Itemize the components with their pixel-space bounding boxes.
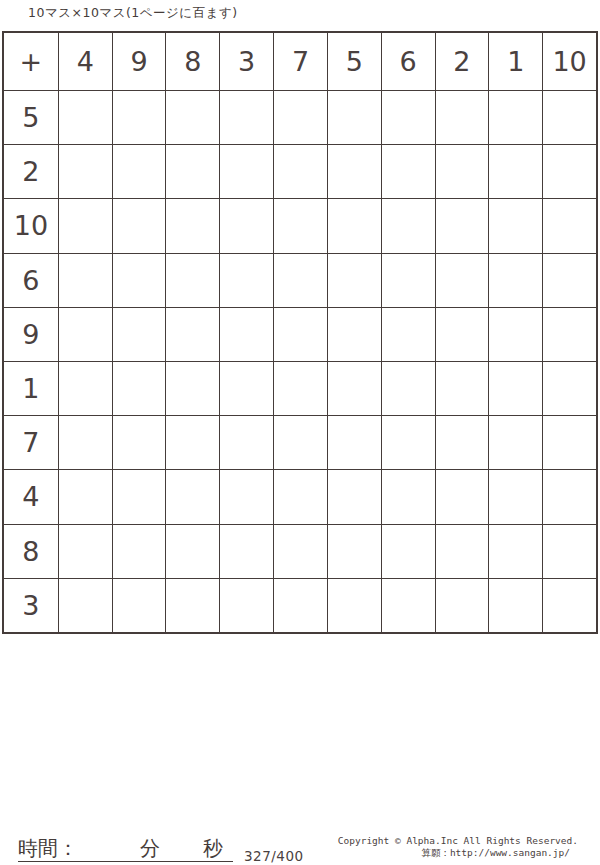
answer-cell[interactable] [219,415,273,469]
col-header-cell: 8 [165,33,219,90]
answer-cell[interactable] [435,578,489,632]
col-header-cell: 3 [219,33,273,90]
answer-cell[interactable] [219,469,273,523]
page-number: 327/400 [244,848,304,864]
answer-cell[interactable] [273,144,327,198]
col-header-cell: 7 [273,33,327,90]
answer-cell[interactable] [58,307,112,361]
answer-cell[interactable] [58,90,112,144]
answer-cell[interactable] [327,198,381,252]
answer-cell[interactable] [488,253,542,307]
answer-cell[interactable] [273,524,327,578]
answer-cell[interactable] [381,144,435,198]
answer-cell[interactable] [112,198,166,252]
answer-cell[interactable] [381,415,435,469]
col-header-cell: 2 [435,33,489,90]
answer-cell[interactable] [165,144,219,198]
time-label: 時間： [18,836,78,860]
seconds-label: 秒 [203,836,223,860]
row-header-cell: 1 [4,361,58,415]
col-header-cell: 10 [542,33,596,90]
answer-cell[interactable] [327,415,381,469]
answer-cell[interactable] [219,361,273,415]
worksheet-title: 10マス×10マス(1ページに百ます) [28,5,238,22]
answer-cell[interactable] [327,144,381,198]
answer-cell[interactable] [381,90,435,144]
answer-cell[interactable] [273,469,327,523]
answer-cell[interactable] [381,253,435,307]
answer-cell[interactable] [58,361,112,415]
answer-cell[interactable] [435,469,489,523]
col-header-cell: 4 [58,33,112,90]
answer-cell[interactable] [165,361,219,415]
answer-cell[interactable] [435,90,489,144]
row-header-cell: 4 [4,469,58,523]
answer-cell[interactable] [435,361,489,415]
answer-cell[interactable] [219,198,273,252]
answer-cell[interactable] [327,307,381,361]
answer-cell[interactable] [112,90,166,144]
answer-cell[interactable] [273,578,327,632]
answer-cell[interactable] [327,253,381,307]
col-header-cell: 6 [381,33,435,90]
answer-cell[interactable] [435,307,489,361]
answer-cell[interactable] [165,524,219,578]
answer-cell[interactable] [112,361,166,415]
answer-cell[interactable] [327,361,381,415]
answer-cell[interactable] [488,469,542,523]
answer-cell[interactable] [58,253,112,307]
answer-cell[interactable] [165,253,219,307]
answer-cell[interactable] [381,578,435,632]
operator-cell: + [4,33,58,90]
answer-cell[interactable] [488,578,542,632]
answer-cell[interactable] [165,90,219,144]
answer-cell[interactable] [327,524,381,578]
answer-cell[interactable] [219,524,273,578]
answer-cell[interactable] [435,524,489,578]
row-header-cell: 3 [4,578,58,632]
row-header-cell: 8 [4,524,58,578]
answer-cell[interactable] [488,415,542,469]
answer-cell[interactable] [381,361,435,415]
answer-cell[interactable] [435,198,489,252]
answer-cell[interactable] [219,253,273,307]
answer-cell[interactable] [165,198,219,252]
answer-cell[interactable] [488,361,542,415]
answer-cell[interactable] [58,524,112,578]
answer-cell[interactable] [112,469,166,523]
answer-cell[interactable] [165,307,219,361]
minutes-label: 分 [140,836,160,860]
answer-cell[interactable] [273,415,327,469]
answer-cell[interactable] [112,524,166,578]
answer-cell[interactable] [542,90,596,144]
answer-cell[interactable] [488,198,542,252]
answer-cell[interactable] [542,415,596,469]
answer-cell[interactable] [327,90,381,144]
row-header-cell: 7 [4,415,58,469]
answer-cell[interactable] [542,144,596,198]
answer-cell[interactable] [112,253,166,307]
answer-cell[interactable] [219,90,273,144]
answer-cell[interactable] [273,90,327,144]
answer-cell[interactable] [58,144,112,198]
answer-cell[interactable] [488,524,542,578]
answer-cell[interactable] [165,469,219,523]
grid: +4983756211052106917483 [2,31,598,634]
answer-cell[interactable] [435,144,489,198]
answer-cell[interactable] [542,253,596,307]
answer-cell[interactable] [273,307,327,361]
row-header-cell: 10 [4,198,58,252]
answer-cell[interactable] [58,198,112,252]
worksheet-page: 10マス×10マス(1ページに百ます) +4983756211052106917… [0,0,600,865]
copyright-url: 算願：http://www.sangan.jp/ [338,847,578,859]
answer-cell[interactable] [273,198,327,252]
col-header-cell: 5 [327,33,381,90]
answer-cell[interactable] [435,253,489,307]
answer-cell[interactable] [273,361,327,415]
answer-cell[interactable] [542,198,596,252]
copyright: Copyright © Alpha.Inc All Rights Reserve… [338,835,578,858]
answer-cell[interactable] [112,307,166,361]
answer-cell[interactable] [219,578,273,632]
copyright-line1: Copyright © Alpha.Inc All Rights Reserve… [338,835,578,847]
answer-cell[interactable] [542,524,596,578]
answer-cell[interactable] [542,578,596,632]
answer-cell[interactable] [542,361,596,415]
col-header-cell: 9 [112,33,166,90]
col-header-cell: 1 [488,33,542,90]
answer-cell[interactable] [488,144,542,198]
row-header-cell: 5 [4,90,58,144]
answer-cell[interactable] [219,144,273,198]
row-header-cell: 2 [4,144,58,198]
answer-cell[interactable] [327,469,381,523]
answer-cell[interactable] [112,415,166,469]
answer-cell[interactable] [381,524,435,578]
row-header-cell: 6 [4,253,58,307]
answer-cell[interactable] [327,578,381,632]
row-header-cell: 9 [4,307,58,361]
answer-cell[interactable] [381,469,435,523]
answer-cell[interactable] [488,307,542,361]
answer-cell[interactable] [488,90,542,144]
answer-cell[interactable] [165,578,219,632]
answer-cell[interactable] [542,469,596,523]
answer-cell[interactable] [273,253,327,307]
answer-cell[interactable] [435,415,489,469]
answer-cell[interactable] [381,198,435,252]
time-line: 時間：分秒 [18,836,233,862]
answer-cell[interactable] [58,415,112,469]
answer-cell[interactable] [112,578,166,632]
answer-cell[interactable] [165,415,219,469]
answer-cell[interactable] [381,307,435,361]
answer-cell[interactable] [58,578,112,632]
answer-cell[interactable] [219,307,273,361]
answer-cell[interactable] [112,144,166,198]
answer-cell[interactable] [58,469,112,523]
answer-cell[interactable] [542,307,596,361]
